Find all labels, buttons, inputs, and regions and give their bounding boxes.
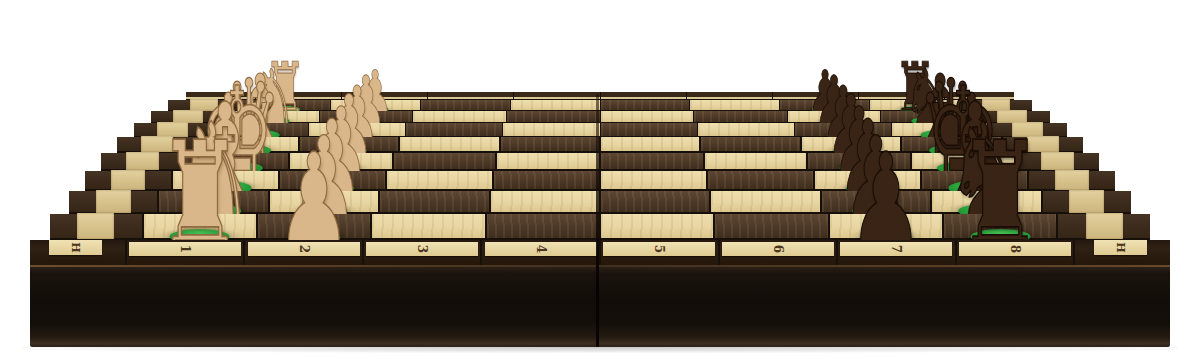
coordinate-text: 1 xyxy=(178,244,192,252)
square-e4[interactable] xyxy=(497,153,599,169)
rank-label-8: 8 xyxy=(957,240,1074,265)
square-c3[interactable] xyxy=(406,123,502,136)
square-h8[interactable]: ♜ xyxy=(944,214,1056,238)
square-h2[interactable]: ♟ xyxy=(258,214,370,238)
square-d5[interactable] xyxy=(601,137,699,151)
far-border-cell xyxy=(601,92,686,99)
square-f6[interactable] xyxy=(708,171,813,189)
square-g6[interactable] xyxy=(711,191,819,212)
border-wood-strip xyxy=(1069,190,1104,213)
square-e5[interactable] xyxy=(601,153,703,169)
left-border-cell-h xyxy=(50,214,142,238)
corner-label-left: H xyxy=(30,240,125,265)
border-wood-strip xyxy=(77,213,114,239)
border-wood-strip xyxy=(1055,170,1089,190)
square-d4[interactable] xyxy=(501,137,599,151)
left-border-cell-g xyxy=(69,191,157,212)
label-strip: 1 xyxy=(129,242,241,256)
label-strip: 2 xyxy=(248,242,360,256)
square-e3[interactable] xyxy=(394,153,496,169)
far-border-cell xyxy=(687,92,772,99)
label-strip: 4 xyxy=(485,242,597,256)
square-h3[interactable] xyxy=(372,214,484,238)
square-h4[interactable] xyxy=(487,214,599,238)
square-b3[interactable] xyxy=(413,111,506,122)
square-h1[interactable]: ♜ xyxy=(144,214,256,238)
square-g5[interactable] xyxy=(601,191,709,212)
coordinate-text: H xyxy=(1114,242,1127,252)
square-c5[interactable] xyxy=(601,123,697,136)
square-e6[interactable] xyxy=(705,153,807,169)
rank-label-5: 5 xyxy=(601,240,718,265)
coordinate-text: 4 xyxy=(534,244,548,252)
square-b5[interactable] xyxy=(601,111,694,122)
rank-label-3: 3 xyxy=(364,240,481,265)
label-strip: H xyxy=(49,240,102,255)
right-border-cell-h xyxy=(1058,214,1150,238)
border-wood-strip xyxy=(111,170,145,190)
square-c6[interactable] xyxy=(698,123,794,136)
square-d6[interactable] xyxy=(701,137,799,151)
square-f4[interactable] xyxy=(494,171,599,189)
label-strip: 3 xyxy=(366,242,478,256)
square-c4[interactable] xyxy=(503,123,599,136)
square-a5[interactable] xyxy=(601,100,690,110)
square-a4[interactable] xyxy=(511,100,600,110)
square-b6[interactable] xyxy=(694,111,787,122)
board-fold-seam xyxy=(596,94,599,347)
rank-label-1: 1 xyxy=(127,240,244,265)
square-a3[interactable] xyxy=(421,100,510,110)
label-strip: H xyxy=(1094,240,1147,255)
square-f5[interactable] xyxy=(601,171,706,189)
square-f3[interactable] xyxy=(387,171,492,189)
border-wood-strip xyxy=(1086,213,1123,239)
right-border-cell-g xyxy=(1043,191,1131,212)
square-h7[interactable]: ♟ xyxy=(830,214,942,238)
square-a6[interactable] xyxy=(690,100,779,110)
coordinate-text: H xyxy=(69,242,82,252)
coordinate-text: 3 xyxy=(415,244,429,252)
square-d3[interactable] xyxy=(400,137,498,151)
rank-label-4: 4 xyxy=(482,240,599,265)
label-strip: 6 xyxy=(722,242,834,256)
corner-label-right: H xyxy=(1075,240,1170,265)
board-file-row-h: ♜♟♟♜ xyxy=(50,214,1150,240)
label-strip: 8 xyxy=(959,242,1071,256)
square-h6[interactable] xyxy=(715,214,827,238)
chess-set-photo: ♜♟♟♜♞♟♟♞♝♟♟♝♛♟♟♛♚♟♟♚♝♟♟♝♞♟♟♞♜♟♟♜H1234567… xyxy=(0,0,1200,360)
coordinate-text: 7 xyxy=(889,244,903,252)
label-strip: 7 xyxy=(840,242,952,256)
square-h5[interactable] xyxy=(601,214,713,238)
far-border-cell xyxy=(514,92,599,99)
coordinate-text: 8 xyxy=(1008,244,1022,252)
square-g3[interactable] xyxy=(380,191,488,212)
chess-board: ♜♟♟♜♞♟♟♞♝♟♟♝♛♟♟♛♚♟♟♚♝♟♟♝♞♟♟♞♜♟♟♜H1234567… xyxy=(0,92,1200,265)
coordinate-text: 6 xyxy=(771,244,785,252)
square-g4[interactable] xyxy=(491,191,599,212)
square-b4[interactable] xyxy=(507,111,600,122)
coordinate-text: 2 xyxy=(297,244,311,252)
far-border-cell xyxy=(428,92,513,99)
label-strip: 5 xyxy=(603,242,715,256)
border-wood-strip xyxy=(96,190,131,213)
board-front-edge xyxy=(30,265,1170,347)
board-border-near: H12345678H xyxy=(30,240,1170,265)
coordinate-text: 5 xyxy=(652,244,666,252)
rank-label-7: 7 xyxy=(838,240,955,265)
rank-label-2: 2 xyxy=(245,240,362,265)
rank-label-6: 6 xyxy=(720,240,837,265)
